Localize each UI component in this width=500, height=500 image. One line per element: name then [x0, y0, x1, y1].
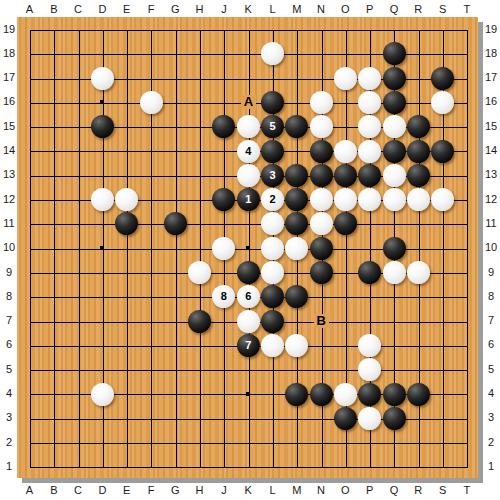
stone-K6-move-7[interactable]: 7 [237, 334, 260, 357]
coord-bottom-M: M [289, 484, 305, 496]
coord-bottom-O: O [337, 484, 353, 496]
coord-bottom-T: T [459, 484, 475, 496]
coord-right-3: 3 [483, 411, 499, 423]
stone-K8-move-6[interactable]: 6 [237, 285, 260, 308]
coord-bottom-F: F [143, 484, 159, 496]
hoshi-D16 [100, 100, 104, 104]
coord-bottom-R: R [410, 484, 426, 496]
stone-Q12[interactable] [383, 188, 406, 211]
coord-right-8: 8 [483, 290, 499, 302]
stone-R9[interactable] [407, 261, 430, 284]
hoshi-D10 [100, 246, 104, 250]
stone-N13[interactable] [310, 164, 333, 187]
stone-M13[interactable] [285, 164, 308, 187]
stone-D12[interactable] [91, 188, 114, 211]
stone-R12[interactable] [407, 188, 430, 211]
coord-top-J: J [216, 3, 232, 15]
coord-top-Q: Q [386, 3, 402, 15]
stone-D4[interactable] [91, 383, 114, 406]
marker-A: A [241, 95, 256, 109]
stone-N4[interactable] [310, 383, 333, 406]
stone-K13[interactable] [237, 164, 260, 187]
coord-bottom-K: K [240, 484, 256, 496]
coord-top-O: O [337, 3, 353, 15]
stone-K12-move-1[interactable]: 1 [237, 188, 260, 211]
stone-N15[interactable] [310, 115, 333, 138]
coord-top-T: T [459, 3, 475, 15]
coord-top-H: H [192, 3, 208, 15]
stone-N14[interactable] [310, 140, 333, 163]
coord-top-K: K [240, 3, 256, 15]
stone-M4[interactable] [285, 383, 308, 406]
stone-N11[interactable] [310, 212, 333, 235]
coord-right-10: 10 [483, 241, 499, 253]
stone-L12-move-2[interactable]: 2 [261, 188, 284, 211]
coord-top-P: P [362, 3, 378, 15]
stone-P16[interactable] [358, 91, 381, 114]
stone-K14-move-4[interactable]: 4 [237, 140, 260, 163]
coord-bottom-Q: Q [386, 484, 402, 496]
coord-top-F: F [143, 3, 159, 15]
coord-top-R: R [410, 3, 426, 15]
coord-left-12: 12 [1, 193, 17, 205]
stone-O14[interactable] [334, 140, 357, 163]
coord-left-14: 14 [1, 144, 17, 156]
stone-O12[interactable] [334, 188, 357, 211]
coord-bottom-A: A [22, 484, 38, 496]
coord-top-N: N [313, 3, 329, 15]
stone-P6[interactable] [358, 334, 381, 357]
coord-top-C: C [70, 3, 86, 15]
coord-left-4: 4 [1, 387, 17, 399]
coord-bottom-S: S [435, 484, 451, 496]
stone-P17[interactable] [358, 67, 381, 90]
coord-right-18: 18 [483, 47, 499, 59]
coord-left-11: 11 [1, 217, 17, 229]
coord-right-15: 15 [483, 120, 499, 132]
coord-right-17: 17 [483, 71, 499, 83]
stone-L14[interactable] [261, 140, 284, 163]
coord-left-5: 5 [1, 363, 17, 375]
stone-K7[interactable] [237, 310, 260, 333]
stone-O3[interactable] [334, 407, 357, 430]
coord-top-L: L [265, 3, 281, 15]
stone-D15[interactable] [91, 115, 114, 138]
stone-R4[interactable] [407, 383, 430, 406]
coord-bottom-G: G [167, 484, 183, 496]
coord-left-2: 2 [1, 436, 17, 448]
coord-right-16: 16 [483, 95, 499, 107]
stone-P4[interactable] [358, 383, 381, 406]
stone-P14[interactable] [358, 140, 381, 163]
coord-bottom-E: E [119, 484, 135, 496]
stone-N12[interactable] [310, 188, 333, 211]
coord-left-1: 1 [1, 460, 17, 472]
coord-top-B: B [46, 3, 62, 15]
coord-right-4: 4 [483, 387, 499, 399]
coord-bottom-L: L [265, 484, 281, 496]
stone-N9[interactable] [310, 261, 333, 284]
coord-right-7: 7 [483, 314, 499, 326]
coord-right-6: 6 [483, 338, 499, 350]
coord-top-A: A [22, 3, 38, 15]
marker-B: B [314, 314, 329, 328]
stone-R15[interactable] [407, 115, 430, 138]
stone-Q13[interactable] [383, 164, 406, 187]
coord-bottom-P: P [362, 484, 378, 496]
coord-top-D: D [94, 3, 110, 15]
stone-N10[interactable] [310, 237, 333, 260]
stone-H9[interactable] [188, 261, 211, 284]
stone-H7[interactable] [188, 310, 211, 333]
coord-left-3: 3 [1, 411, 17, 423]
coord-right-13: 13 [483, 168, 499, 180]
coord-right-5: 5 [483, 363, 499, 375]
stone-Q3[interactable] [383, 407, 406, 430]
stone-Q15[interactable] [383, 115, 406, 138]
hoshi-K10 [246, 246, 250, 250]
stone-R14[interactable] [407, 140, 430, 163]
coord-left-19: 19 [1, 23, 17, 35]
stone-F16[interactable] [140, 91, 163, 114]
stone-L9[interactable] [261, 261, 284, 284]
coord-right-11: 11 [483, 217, 499, 229]
stone-K15[interactable] [237, 115, 260, 138]
coord-bottom-J: J [216, 484, 232, 496]
stone-L13-move-3[interactable]: 3 [261, 164, 284, 187]
stone-S17[interactable] [431, 67, 454, 90]
stone-O4[interactable] [334, 383, 357, 406]
coord-top-S: S [435, 3, 451, 15]
stone-Q16[interactable] [383, 91, 406, 114]
stone-P3[interactable] [358, 407, 381, 430]
coord-left-6: 6 [1, 338, 17, 350]
coord-left-16: 16 [1, 95, 17, 107]
stone-L7[interactable] [261, 310, 284, 333]
go-board[interactable]: 54312867AB [17, 17, 478, 478]
coord-right-14: 14 [483, 144, 499, 156]
stone-M10[interactable] [285, 237, 308, 260]
stone-O17[interactable] [334, 67, 357, 90]
coord-bottom-H: H [192, 484, 208, 496]
stone-N16[interactable] [310, 91, 333, 114]
coord-right-12: 12 [483, 193, 499, 205]
coord-bottom-N: N [313, 484, 329, 496]
coord-left-8: 8 [1, 290, 17, 302]
coord-top-E: E [119, 3, 135, 15]
stone-P13[interactable] [358, 164, 381, 187]
coord-right-2: 2 [483, 436, 499, 448]
coord-top-M: M [289, 3, 305, 15]
coord-bottom-B: B [46, 484, 62, 496]
coord-right-19: 19 [483, 23, 499, 35]
coord-left-7: 7 [1, 314, 17, 326]
stone-L16[interactable] [261, 91, 284, 114]
coord-bottom-D: D [94, 484, 110, 496]
stone-O13[interactable] [334, 164, 357, 187]
coord-left-13: 13 [1, 168, 17, 180]
coord-left-9: 9 [1, 266, 17, 278]
coord-left-17: 17 [1, 71, 17, 83]
stone-L10[interactable] [261, 237, 284, 260]
stone-Q9[interactable] [383, 261, 406, 284]
stone-Q10[interactable] [383, 237, 406, 260]
stone-J10[interactable] [212, 237, 235, 260]
stone-Q14[interactable] [383, 140, 406, 163]
stone-S14[interactable] [431, 140, 454, 163]
coord-left-15: 15 [1, 120, 17, 132]
hoshi-K4 [246, 392, 250, 396]
stone-L6[interactable] [261, 334, 284, 357]
stone-Q4[interactable] [383, 383, 406, 406]
stone-K9[interactable] [237, 261, 260, 284]
coord-left-18: 18 [1, 47, 17, 59]
coord-top-G: G [167, 3, 183, 15]
coord-bottom-C: C [70, 484, 86, 496]
stone-S16[interactable] [431, 91, 454, 114]
go-diagram-page: 54312867AB AABBCCDDEEFFGGHHJJKKLLMMNNOOP… [0, 0, 500, 500]
stone-Q17[interactable] [383, 67, 406, 90]
coord-right-1: 1 [483, 460, 499, 472]
coord-right-9: 9 [483, 266, 499, 278]
stone-R13[interactable] [407, 164, 430, 187]
coord-left-10: 10 [1, 241, 17, 253]
stone-D17[interactable] [91, 67, 114, 90]
stone-Q18[interactable] [383, 42, 406, 65]
